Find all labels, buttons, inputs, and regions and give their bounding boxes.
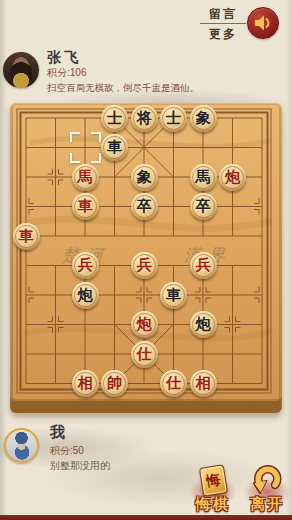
player-chat-message: 别整那没用的 (50, 459, 110, 473)
piece-red-車[interactable]: 車 (72, 193, 99, 220)
speaker-icon (252, 12, 274, 34)
piece-red-馬[interactable]: 馬 (72, 164, 99, 191)
piece-red-兵[interactable]: 兵 (72, 252, 99, 279)
player-score: 积分:50 (50, 444, 84, 458)
piece-red-兵[interactable]: 兵 (131, 252, 158, 279)
player-avatar[interactable] (4, 428, 39, 463)
menu-leave-message[interactable]: 留言 (199, 6, 247, 23)
piece-red-仕[interactable]: 仕 (160, 370, 187, 397)
piece-black-士[interactable]: 士 (101, 105, 128, 132)
piece-black-馬[interactable]: 馬 (190, 164, 217, 191)
piece-black-象[interactable]: 象 (131, 164, 158, 191)
xiangqi-board[interactable]: 楚河 漢界 士将士象車馬象馬炮車卒卒車兵兵兵炮車炮炮仕相帥仕相 (10, 103, 282, 413)
piece-red-相[interactable]: 相 (72, 370, 99, 397)
piece-black-将[interactable]: 将 (131, 105, 158, 132)
menu-divider (200, 23, 246, 24)
piece-red-車[interactable]: 車 (13, 223, 40, 250)
piece-black-炮[interactable]: 炮 (72, 282, 99, 309)
piece-red-炮[interactable]: 炮 (219, 164, 246, 191)
opponent-chat-message: 扫空百局无棋敌，倒尽千盅是酒仙。 (47, 82, 199, 95)
leave-label: 离开 (245, 495, 289, 514)
undo-label: 悔棋 (191, 495, 235, 514)
piece-black-卒[interactable]: 卒 (190, 193, 217, 220)
piece-red-相[interactable]: 相 (190, 370, 217, 397)
opponent-score: 积分:106 (47, 66, 86, 80)
bottom-bar (0, 515, 292, 520)
game-screen: 留言 更多 张飞 积分:106 扫空百局无棋敌，倒尽千盅是酒仙。 (0, 0, 292, 520)
leave-button[interactable]: 离开 (245, 464, 289, 514)
piece-black-卒[interactable]: 卒 (131, 193, 158, 220)
opponent-name: 张飞 (47, 49, 81, 67)
player-name: 我 (50, 423, 68, 442)
piece-red-仕[interactable]: 仕 (131, 341, 158, 368)
piece-black-車[interactable]: 車 (160, 282, 187, 309)
undo-tile-icon: 悔 (199, 464, 228, 497)
opponent-avatar[interactable] (3, 52, 39, 88)
piece-red-帥[interactable]: 帥 (101, 370, 128, 397)
piece-red-兵[interactable]: 兵 (190, 252, 217, 279)
piece-black-士[interactable]: 士 (160, 105, 187, 132)
menu-more[interactable]: 更多 (199, 26, 247, 43)
piece-red-炮[interactable]: 炮 (131, 311, 158, 338)
piece-black-炮[interactable]: 炮 (190, 311, 217, 338)
piece-black-車[interactable]: 車 (101, 134, 128, 161)
piece-black-象[interactable]: 象 (190, 105, 217, 132)
return-arrow-icon (252, 464, 282, 496)
undo-button[interactable]: 悔 悔棋 (191, 464, 235, 514)
sound-button[interactable] (247, 7, 279, 39)
